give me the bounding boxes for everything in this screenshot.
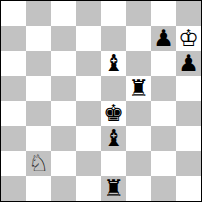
square-c5[interactable] xyxy=(51,76,76,101)
black-rook[interactable]: ♜ xyxy=(103,176,124,201)
square-h1[interactable] xyxy=(176,176,201,201)
black-pawn[interactable]: ♟ xyxy=(178,51,199,76)
square-a1[interactable] xyxy=(1,176,26,201)
square-e7[interactable] xyxy=(101,26,126,51)
square-d4[interactable] xyxy=(76,101,101,126)
square-f5[interactable]: ♜ xyxy=(126,76,151,101)
square-b5[interactable] xyxy=(26,76,51,101)
black-bishop[interactable]: ♝ xyxy=(103,126,124,151)
square-e6[interactable]: ♝ xyxy=(101,51,126,76)
square-d5[interactable] xyxy=(76,76,101,101)
square-a7[interactable] xyxy=(1,26,26,51)
square-g2[interactable] xyxy=(151,151,176,176)
square-h6[interactable]: ♟ xyxy=(176,51,201,76)
square-h4[interactable] xyxy=(176,101,201,126)
square-e1[interactable]: ♜ xyxy=(101,176,126,201)
square-g6[interactable] xyxy=(151,51,176,76)
square-g7[interactable]: ♟ xyxy=(151,26,176,51)
square-a8[interactable] xyxy=(1,1,26,26)
square-d3[interactable] xyxy=(76,126,101,151)
square-h7[interactable]: ♔ xyxy=(176,26,201,51)
square-f6[interactable] xyxy=(126,51,151,76)
square-b1[interactable] xyxy=(26,176,51,201)
square-g4[interactable] xyxy=(151,101,176,126)
square-e5[interactable] xyxy=(101,76,126,101)
black-pawn[interactable]: ♟ xyxy=(153,26,174,51)
square-b2[interactable]: ♘ xyxy=(26,151,51,176)
square-d8[interactable] xyxy=(76,1,101,26)
square-c4[interactable] xyxy=(51,101,76,126)
square-e4[interactable]: ♚ xyxy=(101,101,126,126)
black-rook[interactable]: ♜ xyxy=(128,76,149,101)
square-a3[interactable] xyxy=(1,126,26,151)
square-h2[interactable] xyxy=(176,151,201,176)
square-f2[interactable] xyxy=(126,151,151,176)
square-a2[interactable] xyxy=(1,151,26,176)
square-g8[interactable] xyxy=(151,1,176,26)
square-c2[interactable] xyxy=(51,151,76,176)
square-c6[interactable] xyxy=(51,51,76,76)
square-d6[interactable] xyxy=(76,51,101,76)
square-g5[interactable] xyxy=(151,76,176,101)
square-f4[interactable] xyxy=(126,101,151,126)
square-d7[interactable] xyxy=(76,26,101,51)
square-a4[interactable] xyxy=(1,101,26,126)
square-c7[interactable] xyxy=(51,26,76,51)
square-f1[interactable] xyxy=(126,176,151,201)
square-b6[interactable] xyxy=(26,51,51,76)
white-king[interactable]: ♔ xyxy=(178,26,199,51)
square-g1[interactable] xyxy=(151,176,176,201)
square-b4[interactable] xyxy=(26,101,51,126)
square-e3[interactable]: ♝ xyxy=(101,126,126,151)
square-d1[interactable] xyxy=(76,176,101,201)
square-f3[interactable] xyxy=(126,126,151,151)
black-king[interactable]: ♚ xyxy=(103,101,124,126)
square-b3[interactable] xyxy=(26,126,51,151)
square-b8[interactable] xyxy=(26,1,51,26)
square-h8[interactable] xyxy=(176,1,201,26)
square-c8[interactable] xyxy=(51,1,76,26)
square-c1[interactable] xyxy=(51,176,76,201)
chess-board-frame: ♟♔♝♟♜♚♝♘♜ xyxy=(0,0,202,202)
white-knight[interactable]: ♘ xyxy=(28,151,49,176)
chess-board: ♟♔♝♟♜♚♝♘♜ xyxy=(1,1,201,201)
square-e8[interactable] xyxy=(101,1,126,26)
square-d2[interactable] xyxy=(76,151,101,176)
square-a6[interactable] xyxy=(1,51,26,76)
black-bishop[interactable]: ♝ xyxy=(103,51,124,76)
square-c3[interactable] xyxy=(51,126,76,151)
square-a5[interactable] xyxy=(1,76,26,101)
square-h3[interactable] xyxy=(176,126,201,151)
square-g3[interactable] xyxy=(151,126,176,151)
square-f7[interactable] xyxy=(126,26,151,51)
square-h5[interactable] xyxy=(176,76,201,101)
square-e2[interactable] xyxy=(101,151,126,176)
square-f8[interactable] xyxy=(126,1,151,26)
square-b7[interactable] xyxy=(26,26,51,51)
